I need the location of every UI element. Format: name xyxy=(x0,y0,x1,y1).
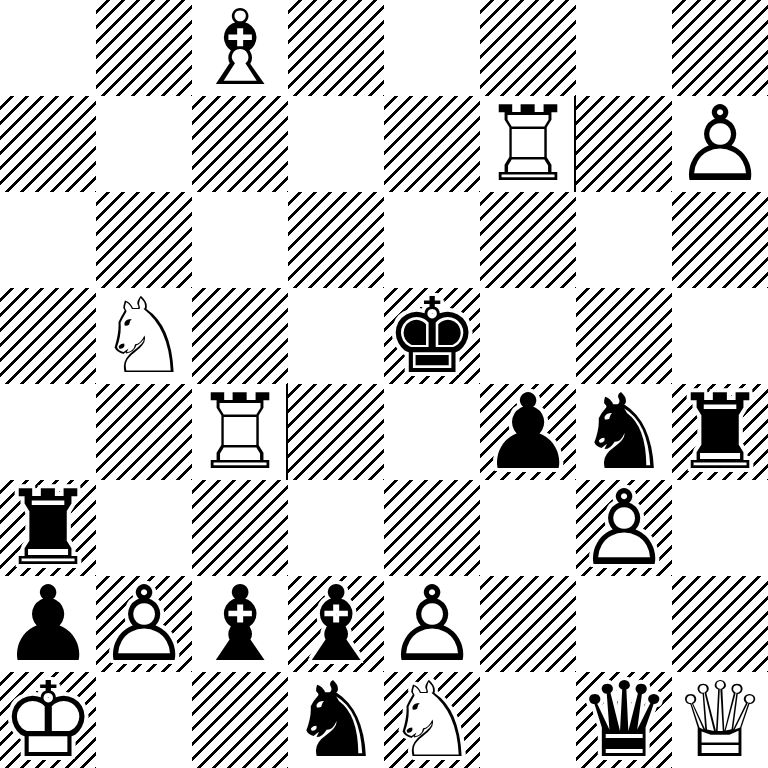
white-knight-icon: ♘ xyxy=(384,672,480,768)
piece-white-pawn[interactable]: ♟♙ xyxy=(96,576,192,672)
square-h6[interactable] xyxy=(672,192,768,288)
piece-black-queen[interactable]: ♛♛ xyxy=(576,672,672,768)
square-c5[interactable] xyxy=(192,288,288,384)
black-pawn-icon: ♟ xyxy=(480,384,576,480)
square-b3[interactable] xyxy=(96,480,192,576)
black-knight-icon: ♞ xyxy=(576,384,672,480)
square-a7[interactable] xyxy=(0,96,96,192)
square-g8[interactable] xyxy=(576,0,672,96)
square-g1[interactable]: ♛♛ xyxy=(576,672,672,768)
square-b7[interactable] xyxy=(96,96,192,192)
chessboard: ♝♗♜♖♟♙♞♘♚♚♜♖♟♟♞♞♜♜♜♜♟♙♟♟♟♙♝♝♝♝♟♙♚♔♞♞♞♘♛♛… xyxy=(0,0,768,768)
piece-black-rook[interactable]: ♜♜ xyxy=(0,480,96,576)
square-d3[interactable] xyxy=(288,480,384,576)
piece-white-rook[interactable]: ♜♖ xyxy=(192,384,288,480)
square-d8[interactable] xyxy=(288,0,384,96)
black-rook-icon: ♜ xyxy=(672,384,768,480)
square-f7[interactable]: ♜♖ xyxy=(480,96,576,192)
white-pawn-icon: ♙ xyxy=(384,576,480,672)
white-king-icon: ♔ xyxy=(0,672,96,768)
square-h2[interactable] xyxy=(672,576,768,672)
black-bishop-icon: ♝ xyxy=(288,576,384,672)
white-rook-icon: ♖ xyxy=(480,96,576,192)
white-rook-icon: ♖ xyxy=(192,384,288,480)
square-b8[interactable] xyxy=(96,0,192,96)
square-d6[interactable] xyxy=(288,192,384,288)
square-b4[interactable] xyxy=(96,384,192,480)
square-f3[interactable] xyxy=(480,480,576,576)
square-h8[interactable] xyxy=(672,0,768,96)
square-e6[interactable] xyxy=(384,192,480,288)
square-g5[interactable] xyxy=(576,288,672,384)
square-c4[interactable]: ♜♖ xyxy=(192,384,288,480)
square-c8[interactable]: ♝♗ xyxy=(192,0,288,96)
piece-white-king[interactable]: ♚♔ xyxy=(0,672,96,768)
square-b6[interactable] xyxy=(96,192,192,288)
square-e3[interactable] xyxy=(384,480,480,576)
black-rook-icon: ♜ xyxy=(0,480,96,576)
square-c7[interactable] xyxy=(192,96,288,192)
square-c6[interactable] xyxy=(192,192,288,288)
piece-black-knight[interactable]: ♞♞ xyxy=(576,384,672,480)
white-pawn-icon: ♙ xyxy=(576,480,672,576)
square-c1[interactable] xyxy=(192,672,288,768)
square-d1[interactable]: ♞♞ xyxy=(288,672,384,768)
square-b5[interactable]: ♞♘ xyxy=(96,288,192,384)
piece-white-pawn[interactable]: ♟♙ xyxy=(672,96,768,192)
square-a3[interactable]: ♜♜ xyxy=(0,480,96,576)
square-e7[interactable] xyxy=(384,96,480,192)
square-a2[interactable]: ♟♟ xyxy=(0,576,96,672)
square-a8[interactable] xyxy=(0,0,96,96)
square-g4[interactable]: ♞♞ xyxy=(576,384,672,480)
square-a4[interactable] xyxy=(0,384,96,480)
white-knight-icon: ♘ xyxy=(96,288,192,384)
square-h5[interactable] xyxy=(672,288,768,384)
square-b2[interactable]: ♟♙ xyxy=(96,576,192,672)
square-g3[interactable]: ♟♙ xyxy=(576,480,672,576)
black-queen-icon: ♛ xyxy=(576,672,672,768)
square-f6[interactable] xyxy=(480,192,576,288)
square-e2[interactable]: ♟♙ xyxy=(384,576,480,672)
white-pawn-icon: ♙ xyxy=(672,96,768,192)
square-f2[interactable] xyxy=(480,576,576,672)
white-pawn-icon: ♙ xyxy=(96,576,192,672)
square-h3[interactable] xyxy=(672,480,768,576)
piece-black-pawn[interactable]: ♟♟ xyxy=(480,384,576,480)
white-bishop-icon: ♗ xyxy=(192,0,288,96)
black-king-icon: ♚ xyxy=(384,288,480,384)
square-b1[interactable] xyxy=(96,672,192,768)
black-knight-icon: ♞ xyxy=(288,672,384,768)
square-f5[interactable] xyxy=(480,288,576,384)
square-c3[interactable] xyxy=(192,480,288,576)
square-a1[interactable]: ♚♔ xyxy=(0,672,96,768)
piece-white-bishop[interactable]: ♝♗ xyxy=(192,0,288,96)
square-e1[interactable]: ♞♘ xyxy=(384,672,480,768)
square-d2[interactable]: ♝♝ xyxy=(288,576,384,672)
black-pawn-icon: ♟ xyxy=(0,576,96,672)
piece-white-pawn[interactable]: ♟♙ xyxy=(384,576,480,672)
piece-black-rook[interactable]: ♜♜ xyxy=(672,384,768,480)
square-e8[interactable] xyxy=(384,0,480,96)
piece-white-knight[interactable]: ♞♘ xyxy=(384,672,480,768)
piece-black-pawn[interactable]: ♟♟ xyxy=(0,576,96,672)
piece-black-bishop[interactable]: ♝♝ xyxy=(288,576,384,672)
square-f4[interactable]: ♟♟ xyxy=(480,384,576,480)
square-c2[interactable]: ♝♝ xyxy=(192,576,288,672)
piece-black-knight[interactable]: ♞♞ xyxy=(288,672,384,768)
piece-white-knight[interactable]: ♞♘ xyxy=(96,288,192,384)
black-bishop-icon: ♝ xyxy=(192,576,288,672)
square-h4[interactable]: ♜♜ xyxy=(672,384,768,480)
square-h7[interactable]: ♟♙ xyxy=(672,96,768,192)
piece-black-bishop[interactable]: ♝♝ xyxy=(192,576,288,672)
square-f8[interactable] xyxy=(480,0,576,96)
white-queen-icon: ♕ xyxy=(672,672,768,768)
square-g7[interactable] xyxy=(576,96,672,192)
piece-white-queen[interactable]: ♛♕ xyxy=(672,672,768,768)
square-a5[interactable] xyxy=(0,288,96,384)
piece-white-rook[interactable]: ♜♖ xyxy=(480,96,576,192)
piece-white-pawn[interactable]: ♟♙ xyxy=(576,480,672,576)
square-d5[interactable] xyxy=(288,288,384,384)
square-f1[interactable] xyxy=(480,672,576,768)
piece-black-king[interactable]: ♚♚ xyxy=(384,288,480,384)
square-d7[interactable] xyxy=(288,96,384,192)
square-g6[interactable] xyxy=(576,192,672,288)
square-g2[interactable] xyxy=(576,576,672,672)
square-e5[interactable]: ♚♚ xyxy=(384,288,480,384)
square-a6[interactable] xyxy=(0,192,96,288)
square-e4[interactable] xyxy=(384,384,480,480)
square-d4[interactable] xyxy=(288,384,384,480)
square-h1[interactable]: ♛♕ xyxy=(672,672,768,768)
